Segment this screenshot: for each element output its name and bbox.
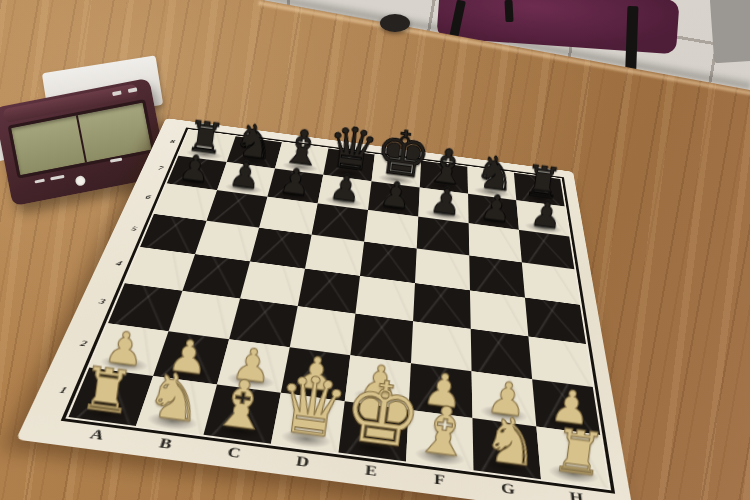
file-label-e: E (335, 458, 406, 492)
square-d4 (298, 269, 360, 314)
piece-black-pawn: ♟ (217, 155, 272, 196)
piece-white-rook: ♜ (69, 357, 144, 424)
square-c7: ♟ (267, 168, 323, 203)
piece-white-rook: ♜ (541, 419, 616, 486)
piece-black-pawn: ♟ (268, 161, 323, 202)
square-d1: ♛ (271, 393, 345, 453)
grey-object (710, 0, 750, 63)
dark-object-on-edge (380, 14, 410, 32)
file-label-d: D (265, 449, 338, 483)
clock-display-left (11, 115, 85, 175)
piece-black-pawn: ♟ (469, 188, 524, 229)
piece-black-pawn: ♟ (368, 174, 423, 215)
square-e6 (364, 210, 418, 248)
photo-scene: ♜♞♝♛♚♝♞♜♟♟♟♟♟♟♟♟♟♟♟♟♟♟♟♟♜♞♝♛♚♝♞♜ ABCDEFG… (0, 0, 750, 500)
piece-white-bishop: ♝ (204, 368, 280, 442)
piece-black-pawn: ♟ (318, 168, 373, 209)
chair-leg (504, 0, 513, 22)
square-e4 (355, 276, 415, 321)
piece-black-pawn: ♟ (167, 148, 222, 189)
square-f7: ♟ (418, 188, 468, 224)
file-label-c: C (195, 440, 270, 474)
square-e1: ♚ (338, 401, 408, 461)
piece-black-pawn: ♟ (519, 194, 574, 235)
clock-logo-icon (75, 175, 87, 187)
file-label-b: B (126, 431, 202, 465)
chess-board: ♜♞♝♛♚♝♞♜♟♟♟♟♟♟♟♟♟♟♟♟♟♟♟♟♜♞♝♛♚♝♞♜ ABCDEFG… (72, 0, 632, 500)
square-f6 (417, 217, 470, 256)
piece-white-bishop: ♝ (406, 395, 482, 469)
square-f5 (415, 248, 470, 290)
square-h5 (522, 262, 580, 305)
square-c1: ♝ (203, 384, 280, 443)
file-label-f: F (404, 467, 474, 500)
piece-white-queen: ♛ (271, 363, 349, 451)
square-b4 (182, 254, 250, 298)
square-f1: ♝ (406, 410, 474, 471)
square-g1: ♞ (472, 418, 541, 479)
file-label-g: G (474, 476, 544, 500)
square-c4 (240, 261, 305, 306)
square-h1: ♜ (536, 426, 608, 488)
piece-black-pawn: ♟ (418, 181, 473, 222)
clock-label-mark (50, 175, 64, 181)
piece-white-knight: ♞ (473, 406, 549, 478)
clock-label-mark (35, 179, 45, 184)
piece-white-king: ♚ (339, 365, 418, 460)
piece-white-knight: ♞ (137, 361, 213, 433)
